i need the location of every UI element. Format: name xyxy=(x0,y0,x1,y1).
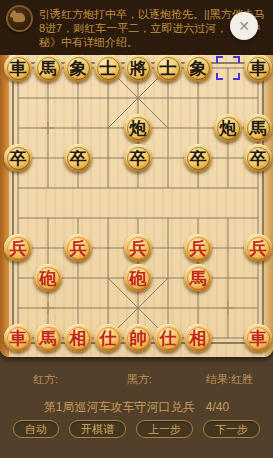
black-player-label: 黑方: xyxy=(127,372,152,387)
red-piece-車[interactable]: 車 xyxy=(244,324,272,352)
xiangqi-board: 車馬象士將士象車炮炮馬卒卒卒卒卒兵兵兵兵兵砲砲馬車馬相仕帥仕相車 xyxy=(0,55,273,357)
game-title: 第1局巡河车攻车守河口兑兵 xyxy=(44,400,195,414)
red-piece-兵[interactable]: 兵 xyxy=(64,234,92,262)
red-piece-仕[interactable]: 仕 xyxy=(154,324,182,352)
red-piece-兵[interactable]: 兵 xyxy=(244,234,272,262)
open-book-button[interactable]: 开棋谱 xyxy=(69,420,126,438)
red-piece-帥[interactable]: 帥 xyxy=(124,324,152,352)
black-piece-炮[interactable]: 炮 xyxy=(214,114,242,142)
auto-button[interactable]: 自动 xyxy=(13,420,59,438)
black-piece-士[interactable]: 士 xyxy=(94,54,122,82)
black-piece-士[interactable]: 士 xyxy=(154,54,182,82)
black-piece-馬[interactable]: 馬 xyxy=(34,54,62,82)
black-piece-卒[interactable]: 卒 xyxy=(4,144,32,172)
prev-step-button[interactable]: 上一步 xyxy=(136,420,193,438)
red-piece-砲[interactable]: 砲 xyxy=(34,264,62,292)
next-step-button[interactable]: 下一步 xyxy=(203,420,260,438)
close-icon[interactable]: ✕ xyxy=(230,12,258,40)
black-piece-卒[interactable]: 卒 xyxy=(124,144,152,172)
black-piece-卒[interactable]: 卒 xyxy=(184,144,212,172)
red-piece-砲[interactable]: 砲 xyxy=(124,264,152,292)
red-piece-馬[interactable]: 馬 xyxy=(184,264,212,292)
red-piece-馬[interactable]: 馬 xyxy=(34,324,62,352)
black-piece-炮[interactable]: 炮 xyxy=(124,114,152,142)
black-piece-車[interactable]: 車 xyxy=(4,54,32,82)
red-piece-兵[interactable]: 兵 xyxy=(4,234,32,262)
black-piece-象[interactable]: 象 xyxy=(184,54,212,82)
red-player-label: 红方: xyxy=(33,372,58,387)
status-row: 红方: 黑方: 结果:红胜 xyxy=(0,372,273,386)
controls-row: 自动 开棋谱 上一步 下一步 xyxy=(0,420,273,440)
red-piece-兵[interactable]: 兵 xyxy=(184,234,212,262)
black-piece-卒[interactable]: 卒 xyxy=(244,144,272,172)
black-piece-馬[interactable]: 馬 xyxy=(244,114,272,142)
black-piece-車[interactable]: 車 xyxy=(244,54,272,82)
black-piece-將[interactable]: 將 xyxy=(124,54,152,82)
black-piece-象[interactable]: 象 xyxy=(64,54,92,82)
footer-panel: 红方: 黑方: 结果:红胜 第1局巡河车攻车守河口兑兵 4/40 自动 开棋谱 … xyxy=(0,357,273,458)
move-progress: 4/40 xyxy=(206,400,229,414)
black-piece-卒[interactable]: 卒 xyxy=(64,144,92,172)
annotation-overlay: 引诱红方炮打中卒，以逐炮抢先。||黑方倘走马8进7，则红车一平二，立即进六过河，… xyxy=(0,0,273,55)
result-text: 结果:红胜 xyxy=(206,372,253,387)
red-piece-車[interactable]: 車 xyxy=(4,324,32,352)
red-piece-相[interactable]: 相 xyxy=(184,324,212,352)
hand-hint-icon xyxy=(6,5,33,32)
red-piece-兵[interactable]: 兵 xyxy=(124,234,152,262)
red-piece-仕[interactable]: 仕 xyxy=(94,324,122,352)
xiangqi-app: 車馬象士將士象車炮炮馬卒卒卒卒卒兵兵兵兵兵砲砲馬車馬相仕帥仕相車 红方: 黑方:… xyxy=(0,0,273,458)
pieces-layer: 車馬象士將士象車炮炮馬卒卒卒卒卒兵兵兵兵兵砲砲馬車馬相仕帥仕相車 xyxy=(0,55,273,357)
game-title-row: 第1局巡河车攻车守河口兑兵 4/40 xyxy=(0,399,273,416)
red-piece-相[interactable]: 相 xyxy=(64,324,92,352)
